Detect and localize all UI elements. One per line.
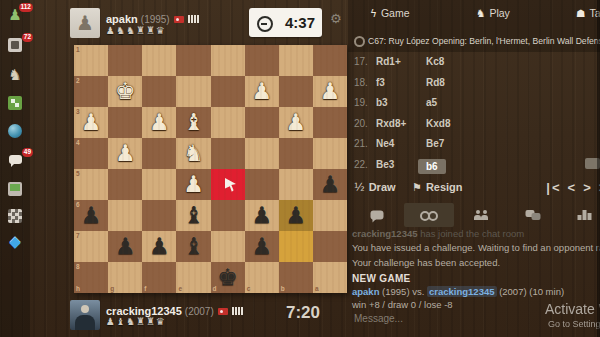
chat-tabbar: [348, 203, 600, 227]
settings-gear-icon[interactable]: ⚙: [330, 11, 342, 26]
chat-tab-friends[interactable]: [456, 203, 506, 227]
rank-label: 1: [76, 47, 80, 54]
square-e4[interactable]: ♞: [176, 138, 210, 169]
white-move[interactable]: Be3: [376, 159, 394, 170]
top-player-rating: (1995): [141, 14, 170, 25]
inbox-icon: [8, 38, 22, 52]
square-h3[interactable]: ♟3: [74, 107, 108, 138]
move-row: 20.Rxd8+Kxd8: [350, 118, 600, 138]
captured-pawn-icon: ♟: [106, 316, 115, 327]
notification-badge: 49: [22, 148, 33, 157]
square-f6[interactable]: [142, 200, 176, 231]
black-move[interactable]: b6: [418, 159, 446, 174]
square-e3[interactable]: ♝: [176, 107, 210, 138]
square-g3[interactable]: [108, 107, 142, 138]
square-g2[interactable]: ♚: [108, 76, 142, 107]
square-g6[interactable]: [108, 200, 142, 231]
double-bubble-icon: [526, 210, 541, 220]
opening-book-icon: [354, 36, 365, 47]
chat-line-accepted: Your challenge has been accepted.: [352, 257, 500, 268]
knight-icon: ♞: [5, 66, 25, 84]
square-e6[interactable]: ♝: [176, 200, 210, 231]
white-move[interactable]: Ne4: [376, 138, 394, 149]
piece-black-pawn[interactable]: ♟: [313, 169, 347, 200]
move-row: 18.f3Rd8: [350, 77, 600, 97]
chat-tab-room[interactable]: [352, 203, 402, 227]
captured-rook-icon: ♜: [136, 316, 145, 327]
square-h8[interactable]: 8h: [74, 262, 108, 293]
square-h4[interactable]: 4: [74, 138, 108, 169]
black-move[interactable]: a5: [426, 97, 437, 108]
lightning-icon: ϟ: [370, 7, 377, 19]
square-h7[interactable]: 7: [74, 231, 108, 262]
nav-first-button[interactable]: |<: [546, 180, 561, 195]
draw-button[interactable]: ½Draw: [354, 181, 396, 194]
square-g1[interactable]: [108, 45, 142, 76]
notification-badge: 112: [19, 3, 34, 12]
square-f8[interactable]: f: [142, 262, 176, 293]
captured-knight-icon: ♞: [126, 316, 135, 327]
chat-line-joined: cracking12345 has joined the chat room: [352, 228, 524, 239]
piece-white-pawn[interactable]: ♟: [245, 76, 279, 107]
file-label: f: [144, 286, 146, 293]
piece-white-knight[interactable]: ♞: [176, 138, 210, 169]
square-b6[interactable]: ♟: [279, 200, 313, 231]
square-c2[interactable]: ♟: [245, 76, 279, 107]
square-h2[interactable]: 2: [74, 76, 108, 107]
sidebar-item-knight[interactable]: ♞: [5, 66, 25, 88]
half-point-icon: ½: [354, 181, 365, 194]
captured-queen-icon: ♛: [156, 316, 165, 327]
square-a2[interactable]: ♟: [313, 76, 347, 107]
piece-white-pawn[interactable]: ♟: [142, 107, 176, 138]
avatar-piece-photo: ♟: [76, 11, 94, 35]
nav-forward-button[interactable]: >: [583, 180, 593, 195]
top-player-name[interactable]: apakn: [106, 13, 138, 25]
captured-knight-icon: ♞: [126, 25, 135, 36]
tab-play[interactable]: ♞Play: [476, 7, 510, 19]
square-h1[interactable]: 1: [74, 45, 108, 76]
checkerboard-icon: [8, 209, 22, 223]
country-flag-icon: [218, 308, 228, 315]
sidebar-item-live-board[interactable]: [5, 94, 25, 116]
square-e8[interactable]: e: [176, 262, 210, 293]
move-nav-buttons: |<<>>|: [540, 180, 600, 195]
square-d7[interactable]: [211, 231, 245, 262]
connection-bars-icon: [232, 301, 244, 319]
opening-name: C67: Ruy López Opening: Berlin, l'Hermet…: [368, 36, 600, 46]
square-e2[interactable]: [176, 76, 210, 107]
square-c7[interactable]: ♟: [245, 231, 279, 262]
piece-white-king[interactable]: ♚: [108, 76, 142, 107]
file-label: c: [247, 286, 251, 293]
avatar[interactable]: [70, 300, 100, 330]
bottom-player-rating: (2007): [185, 306, 214, 317]
black-move[interactable]: Kxd8: [426, 118, 450, 129]
activate-windows-watermark-sub: Go to Setting: [548, 319, 600, 329]
chess-board: 12♚♟♟♟3♟♝♟4♟♞5♟♟♟6♝♟♟7♟♟♝♟8hgfe♚dcba: [74, 45, 347, 293]
sidebar-item-premium[interactable]: ◆: [5, 233, 25, 255]
file-label: a: [315, 286, 319, 293]
move-number: 20.: [354, 118, 374, 129]
rank-label: 7: [76, 233, 80, 240]
move-row: 22.Be3b6: [350, 159, 600, 179]
file-label: e: [178, 286, 182, 293]
square-a5[interactable]: ♟: [313, 169, 347, 200]
square-d8[interactable]: ♚d: [211, 262, 245, 293]
square-f5[interactable]: [142, 169, 176, 200]
piece-white-pawn[interactable]: ♟: [176, 169, 210, 200]
square-c1[interactable]: [245, 45, 279, 76]
podium-icon: [578, 210, 593, 220]
square-g8[interactable]: g: [108, 262, 142, 293]
captured-bishop-icon: ♝: [116, 316, 125, 327]
player-link[interactable]: cracking12345: [427, 286, 497, 297]
binoculars-icon: [420, 210, 438, 220]
square-e1[interactable]: [176, 45, 210, 76]
globe-icon: [8, 124, 22, 138]
chat-message-input[interactable]: [352, 312, 526, 325]
square-d6[interactable]: [211, 200, 245, 231]
captured-pawn-icon: ♟: [106, 25, 115, 36]
black-move[interactable]: Be7: [426, 138, 444, 149]
square-g7[interactable]: ♟: [108, 231, 142, 262]
square-h5[interactable]: 5: [74, 169, 108, 200]
square-c3[interactable]: [245, 107, 279, 138]
square-b5[interactable]: [279, 169, 313, 200]
chess-app-window: ♟112 72 ♞ 49 ◆ ♟ apakn(1995) ♟♞♞♜♜♛ 4:37…: [0, 0, 600, 337]
rank-label: 4: [76, 140, 80, 147]
resign-button[interactable]: ⚑Resign: [412, 181, 463, 194]
diamond-icon: ◆: [5, 233, 25, 251]
activate-windows-watermark: Activate W: [545, 301, 600, 317]
square-a6[interactable]: [313, 200, 347, 231]
square-b8[interactable]: b: [279, 262, 313, 293]
top-clock: 4:37: [249, 8, 322, 37]
rank-label: 5: [76, 171, 80, 178]
square-b7[interactable]: [279, 231, 313, 262]
chat-line-matchup: apakn (1995) vs. cracking12345 (2007) (1…: [352, 286, 564, 297]
move-row: 21.Ne4Be7: [350, 138, 600, 158]
square-f7[interactable]: ♟: [142, 231, 176, 262]
square-d3[interactable]: [211, 107, 245, 138]
sidebar-item-boards[interactable]: [5, 207, 25, 229]
white-move[interactable]: Rd1+: [376, 56, 401, 67]
square-g5[interactable]: [108, 169, 142, 200]
connection-bars-icon: [188, 9, 200, 27]
resign-flag-icon: ⚑: [412, 181, 422, 194]
sidebar-item-chat[interactable]: 49: [5, 151, 25, 173]
square-b3[interactable]: ♟: [279, 107, 313, 138]
white-move[interactable]: b3: [376, 97, 388, 108]
piece-black-pawn[interactable]: ♟: [245, 231, 279, 262]
square-d2[interactable]: [211, 76, 245, 107]
captured-queen-icon: ♛: [156, 25, 165, 36]
square-b4[interactable]: [279, 138, 313, 169]
captured-rook-icon: ♜: [146, 25, 155, 36]
country-flag-icon: [174, 16, 184, 23]
avatar-person-photo: [81, 305, 89, 313]
rank-label: 8: [76, 264, 80, 271]
piece-white-pawn[interactable]: ♟: [313, 76, 347, 107]
black-move[interactable]: Kc8: [426, 56, 444, 67]
white-move[interactable]: f3: [376, 77, 385, 88]
square-a4[interactable]: [313, 138, 347, 169]
green-board-icon: [8, 96, 22, 110]
move-row: 17.Rd1+Kc8: [350, 56, 600, 76]
square-f3[interactable]: ♟: [142, 107, 176, 138]
square-c5[interactable]: [245, 169, 279, 200]
player-link[interactable]: apakn: [352, 286, 379, 297]
black-move[interactable]: Rd8: [426, 77, 445, 88]
square-b1[interactable]: [279, 45, 313, 76]
people-icon: [473, 210, 489, 220]
move-number: 19.: [354, 97, 374, 108]
file-label: g: [110, 286, 114, 293]
move-number: 17.: [354, 56, 374, 67]
sidebar-item-tv[interactable]: [5, 180, 25, 202]
white-move[interactable]: Rxd8+: [376, 118, 406, 129]
piece-black-pawn[interactable]: ♟: [279, 200, 313, 231]
move-row: 19.b3a5: [350, 97, 600, 117]
square-d4[interactable]: [211, 138, 245, 169]
square-f4[interactable]: [142, 138, 176, 169]
chat-tab-messages[interactable]: [508, 203, 558, 227]
opening-bar: C67: Ruy López Opening: Berlin, l'Hermet…: [348, 29, 600, 52]
piece-black-pawn[interactable]: ♟: [142, 231, 176, 262]
piece-black-bishop[interactable]: ♝: [176, 200, 210, 231]
chat-tab-events[interactable]: [560, 203, 600, 227]
move-number: 22.: [354, 159, 374, 170]
square-a1[interactable]: [313, 45, 347, 76]
square-a8[interactable]: a: [313, 262, 347, 293]
chat-line-odds: win +8 / draw 0 / lose -8: [352, 299, 453, 310]
sidebar-item-world[interactable]: [5, 122, 25, 144]
square-a7[interactable]: [313, 231, 347, 262]
left-sidebar: ♟112 72 ♞ 49 ◆: [0, 0, 30, 337]
medal-icon: ☗: [576, 7, 585, 19]
piece-white-bishop[interactable]: ♝: [176, 107, 210, 138]
sidebar-item-inbox[interactable]: 72: [5, 36, 25, 58]
rank-label: 3: [76, 109, 80, 116]
captured-rook-icon: ♜: [146, 316, 155, 327]
tab-game[interactable]: ϟGame: [370, 7, 410, 19]
chat-new-game-label: NEW GAME: [352, 273, 411, 284]
nav-back-button[interactable]: <: [568, 180, 578, 195]
piece-black-bishop[interactable]: ♝: [176, 231, 210, 262]
chat-line-challenge: You have issued a challenge. Waiting to …: [352, 242, 600, 253]
file-label: d: [213, 286, 217, 293]
game-controls: ½Draw ⚑Resign |<<>>|: [350, 181, 600, 201]
piece-black-pawn[interactable]: ♟: [245, 200, 279, 231]
file-label: b: [281, 286, 285, 293]
bottom-clock-time: 7:20: [286, 303, 320, 323]
knight-icon: ♞: [476, 7, 485, 19]
piece-white-pawn[interactable]: ♟: [108, 138, 142, 169]
move-number: 18.: [354, 77, 374, 88]
square-g4[interactable]: ♟: [108, 138, 142, 169]
square-f1[interactable]: [142, 45, 176, 76]
rank-label: 6: [76, 202, 80, 209]
square-b2[interactable]: [279, 76, 313, 107]
move-list: 17.Rd1+Kc818.f3Rd819.b3a520.Rxd8+Kxd821.…: [350, 56, 600, 178]
right-panel-tabbar: ϟGame ♞Play ☗Ta: [348, 0, 600, 29]
square-c4[interactable]: [245, 138, 279, 169]
square-a3[interactable]: [313, 107, 347, 138]
square-c8[interactable]: c: [245, 262, 279, 293]
square-h6[interactable]: ♟6: [74, 200, 108, 231]
chat-bubble-icon: [371, 211, 384, 220]
notification-badge: 72: [22, 33, 33, 42]
chat-tab-spectators[interactable]: [404, 203, 454, 227]
clock-icon: [257, 16, 273, 32]
square-e7[interactable]: ♝: [176, 231, 210, 262]
file-label: h: [76, 286, 80, 293]
sidebar-item-play-pawn[interactable]: ♟112: [5, 6, 25, 28]
captured-pieces-bottom: ♟♝♞♜♜♛: [106, 316, 166, 327]
rank-label: 2: [76, 78, 80, 85]
captured-pieces-top: ♟♞♞♜♜♛: [106, 25, 166, 36]
chat-bubble-icon: [9, 155, 22, 164]
captured-knight-icon: ♞: [116, 25, 125, 36]
square-d1[interactable]: [211, 45, 245, 76]
piece-white-pawn[interactable]: ♟: [279, 107, 313, 138]
piece-black-pawn[interactable]: ♟: [108, 231, 142, 262]
move-number: 21.: [354, 138, 374, 149]
avatar[interactable]: ♟: [70, 8, 100, 38]
tv-icon: [8, 182, 22, 196]
captured-rook-icon: ♜: [136, 25, 145, 36]
square-f2[interactable]: [142, 76, 176, 107]
square-c6[interactable]: ♟: [245, 200, 279, 231]
square-e5[interactable]: ♟: [176, 169, 210, 200]
top-clock-time: 4:37: [285, 14, 315, 31]
